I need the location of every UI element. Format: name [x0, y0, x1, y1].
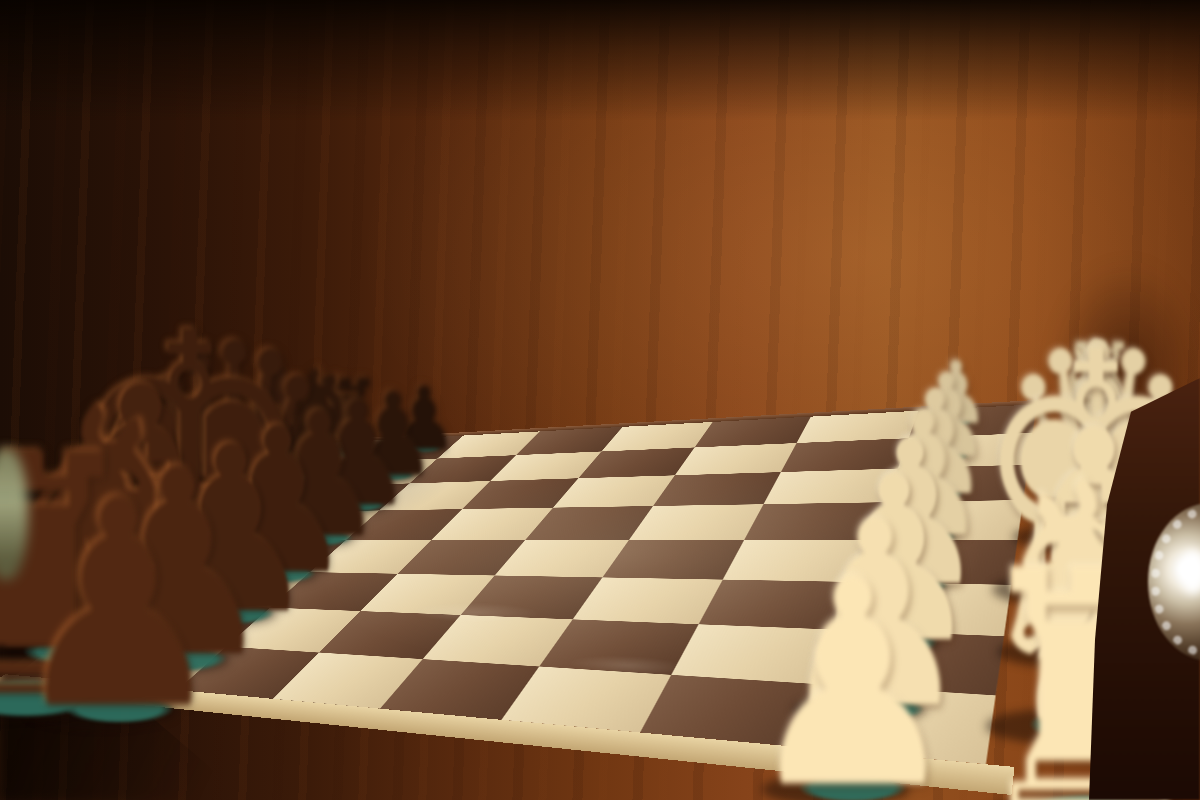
piece-white-pawn-h2[interactable]: ♟	[744, 542, 961, 800]
piece-black-pawn-h7[interactable]: ♟	[10, 463, 227, 748]
shelf-top-shadow	[0, 0, 1200, 120]
photo-scene: ♜♞♝♛♚♝♞♜♟♟♟♟♟♟♟♟♟♟♟♟♟♟♟♟♜♞♝♛♚♝♞♜	[0, 0, 1200, 800]
pieces-layer: ♜♞♝♛♚♝♞♜♟♟♟♟♟♟♟♟♟♟♟♟♟♟♟♟♜♞♝♛♚♝♞♜	[0, 0, 1200, 800]
